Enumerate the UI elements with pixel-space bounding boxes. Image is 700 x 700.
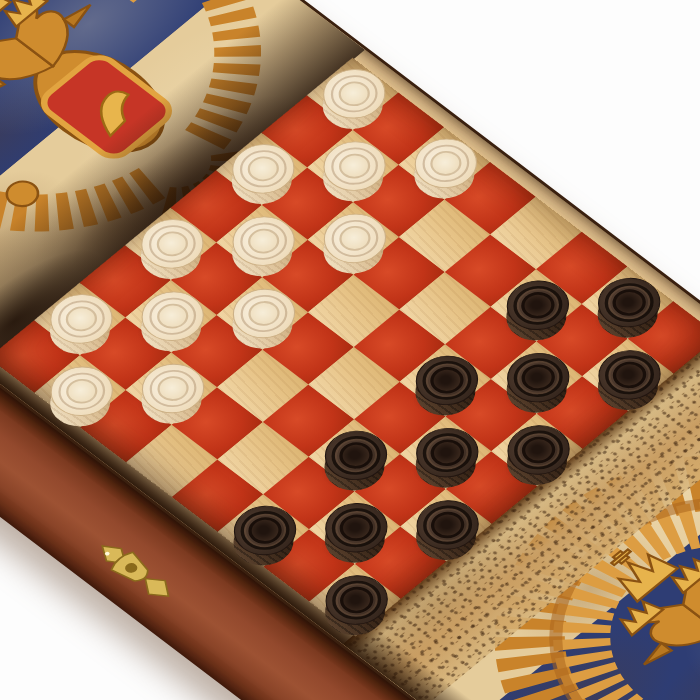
piece-ring-inner <box>606 356 653 394</box>
piece-ring-inner <box>515 359 562 397</box>
piece-ring-inner <box>241 512 288 550</box>
piece-ring-inner <box>424 434 471 472</box>
piece-ring-inner <box>60 374 104 409</box>
piece-ring-inner <box>514 287 561 325</box>
piece-ring-inner <box>424 146 468 181</box>
piece-ring-inner <box>333 509 380 547</box>
checker-dark-r6c3[interactable] <box>403 419 488 486</box>
piece-ring-inner <box>424 506 471 544</box>
checker-white-r2c1[interactable] <box>129 355 214 422</box>
piece-ring-inner <box>150 226 194 261</box>
photo-background <box>0 0 700 700</box>
checker-white-r2c7[interactable] <box>402 130 487 197</box>
piece-ring-inner <box>242 224 286 259</box>
brass-latch-icon[interactable] <box>84 531 186 611</box>
checker-dark-r6c5[interactable] <box>494 344 579 411</box>
piece-ring-inner <box>423 362 470 400</box>
checker-white-r1c6[interactable] <box>311 132 396 199</box>
box-shadow-wrap <box>0 0 700 700</box>
piece-ring-inner <box>59 301 103 336</box>
checker-dark-r5c0[interactable] <box>221 497 306 564</box>
piece-ring-inner <box>333 581 380 619</box>
checker-white-r2c3[interactable] <box>220 280 305 347</box>
piece-ring-inner <box>332 149 376 184</box>
checker-white-r2c5[interactable] <box>311 205 396 272</box>
piece-ring-inner <box>242 296 286 331</box>
piece-ring-inner <box>151 371 195 406</box>
checker-dark-r5c6[interactable] <box>494 272 579 339</box>
piece-ring-inner <box>151 299 195 334</box>
piece-ring-inner <box>333 221 377 256</box>
checker-dark-r5c2[interactable] <box>312 422 397 489</box>
piece-ring-inner <box>332 437 379 475</box>
checker-dark-r6c7[interactable] <box>585 269 670 336</box>
checker-white-r1c2[interactable] <box>129 283 214 350</box>
checker-dark-r5c4[interactable] <box>403 347 488 414</box>
piece-ring-inner <box>241 151 285 186</box>
checker-dark-r6c1[interactable] <box>312 494 397 561</box>
checker-white-r1c4[interactable] <box>220 208 305 275</box>
checker-white-r1c0[interactable] <box>38 358 123 425</box>
piece-ring-inner <box>332 76 376 111</box>
piece-ring-inner <box>605 284 652 322</box>
piece-ring-inner <box>515 431 562 469</box>
